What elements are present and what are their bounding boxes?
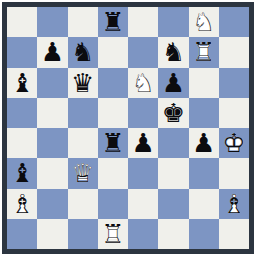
square-d8[interactable]: ♜ <box>98 7 128 37</box>
square-h3[interactable] <box>219 158 249 188</box>
bishop-glyph: ♝ <box>7 158 37 188</box>
square-b5[interactable] <box>37 98 67 128</box>
king-glyph: ♔ <box>219 128 249 158</box>
square-e3[interactable] <box>128 158 158 188</box>
black-knight: ♞ <box>68 37 98 67</box>
pawn-glyph: ♟ <box>158 68 188 98</box>
black-rook: ♜ <box>98 128 128 158</box>
square-b3[interactable] <box>37 158 67 188</box>
square-d5[interactable] <box>98 98 128 128</box>
square-c7[interactable]: ♞ <box>68 37 98 67</box>
square-a1[interactable] <box>7 219 37 249</box>
white-king: ♚♔ <box>219 128 249 158</box>
square-c2[interactable] <box>68 189 98 219</box>
black-pawn: ♟ <box>37 37 67 67</box>
queen-glyph: ♕ <box>68 158 98 188</box>
square-g5[interactable] <box>189 98 219 128</box>
square-g2[interactable] <box>189 189 219 219</box>
black-bishop: ♝ <box>7 68 37 98</box>
square-a5[interactable] <box>7 98 37 128</box>
black-pawn: ♟ <box>128 128 158 158</box>
square-d1[interactable]: ♜♖ <box>98 219 128 249</box>
square-h8[interactable] <box>219 7 249 37</box>
square-c3[interactable]: ♛♕ <box>68 158 98 188</box>
square-f4[interactable] <box>158 128 188 158</box>
square-b4[interactable] <box>37 128 67 158</box>
white-knight: ♞♘ <box>189 7 219 37</box>
black-knight: ♞ <box>158 37 188 67</box>
square-f8[interactable] <box>158 7 188 37</box>
square-e8[interactable] <box>128 7 158 37</box>
square-e2[interactable] <box>128 189 158 219</box>
square-f7[interactable]: ♞ <box>158 37 188 67</box>
black-pawn: ♟ <box>189 128 219 158</box>
rook-glyph: ♜ <box>98 7 128 37</box>
square-h2[interactable]: ♝♗ <box>219 189 249 219</box>
square-g1[interactable] <box>189 219 219 249</box>
square-a6[interactable]: ♝ <box>7 68 37 98</box>
square-b1[interactable] <box>37 219 67 249</box>
black-queen: ♛ <box>68 68 98 98</box>
square-h1[interactable] <box>219 219 249 249</box>
white-bishop: ♝♗ <box>219 189 249 219</box>
square-f1[interactable] <box>158 219 188 249</box>
square-a7[interactable] <box>7 37 37 67</box>
bishop-glyph: ♗ <box>7 189 37 219</box>
square-a8[interactable] <box>7 7 37 37</box>
square-c8[interactable] <box>68 7 98 37</box>
square-d4[interactable]: ♜ <box>98 128 128 158</box>
white-rook: ♜♖ <box>189 37 219 67</box>
square-c4[interactable] <box>68 128 98 158</box>
square-f3[interactable] <box>158 158 188 188</box>
square-g6[interactable] <box>189 68 219 98</box>
square-c6[interactable]: ♛ <box>68 68 98 98</box>
black-king: ♚ <box>158 98 188 128</box>
black-rook: ♜ <box>98 7 128 37</box>
pawn-glyph: ♟ <box>128 128 158 158</box>
square-g8[interactable]: ♞♘ <box>189 7 219 37</box>
square-e6[interactable]: ♞♘ <box>128 68 158 98</box>
square-b2[interactable] <box>37 189 67 219</box>
square-f5[interactable]: ♚ <box>158 98 188 128</box>
square-e1[interactable] <box>128 219 158 249</box>
black-pawn: ♟ <box>158 68 188 98</box>
pawn-glyph: ♟ <box>189 128 219 158</box>
board-frame: ♜♞♘♟♞♞♜♖♝♛♞♘♟♚♜♟♟♚♔♝♛♕♝♗♝♗♜♖ <box>2 2 254 254</box>
square-h4[interactable]: ♚♔ <box>219 128 249 158</box>
square-h6[interactable] <box>219 68 249 98</box>
square-a3[interactable]: ♝ <box>7 158 37 188</box>
square-c5[interactable] <box>68 98 98 128</box>
square-g7[interactable]: ♜♖ <box>189 37 219 67</box>
square-d7[interactable] <box>98 37 128 67</box>
knight-glyph: ♘ <box>189 7 219 37</box>
square-a4[interactable] <box>7 128 37 158</box>
rook-glyph: ♜ <box>98 128 128 158</box>
square-f6[interactable]: ♟ <box>158 68 188 98</box>
bishop-glyph: ♝ <box>7 68 37 98</box>
pawn-glyph: ♟ <box>37 37 67 67</box>
square-e4[interactable]: ♟ <box>128 128 158 158</box>
square-g4[interactable]: ♟ <box>189 128 219 158</box>
black-bishop: ♝ <box>7 158 37 188</box>
square-e7[interactable] <box>128 37 158 67</box>
queen-glyph: ♛ <box>68 68 98 98</box>
square-b7[interactable]: ♟ <box>37 37 67 67</box>
white-queen: ♛♕ <box>68 158 98 188</box>
bishop-glyph: ♗ <box>219 189 249 219</box>
square-h5[interactable] <box>219 98 249 128</box>
square-c1[interactable] <box>68 219 98 249</box>
white-knight: ♞♘ <box>128 68 158 98</box>
white-rook: ♜♖ <box>98 219 128 249</box>
square-b8[interactable] <box>37 7 67 37</box>
rook-glyph: ♖ <box>189 37 219 67</box>
square-d6[interactable] <box>98 68 128 98</box>
square-g3[interactable] <box>189 158 219 188</box>
square-d3[interactable] <box>98 158 128 188</box>
square-e5[interactable] <box>128 98 158 128</box>
chess-board: ♜♞♘♟♞♞♜♖♝♛♞♘♟♚♜♟♟♚♔♝♛♕♝♗♝♗♜♖ <box>7 7 249 249</box>
square-h7[interactable] <box>219 37 249 67</box>
square-d2[interactable] <box>98 189 128 219</box>
square-b6[interactable] <box>37 68 67 98</box>
knight-glyph: ♞ <box>158 37 188 67</box>
square-a2[interactable]: ♝♗ <box>7 189 37 219</box>
square-f2[interactable] <box>158 189 188 219</box>
knight-glyph: ♘ <box>128 68 158 98</box>
king-glyph: ♚ <box>158 98 188 128</box>
white-bishop: ♝♗ <box>7 189 37 219</box>
rook-glyph: ♖ <box>98 219 128 249</box>
knight-glyph: ♞ <box>68 37 98 67</box>
